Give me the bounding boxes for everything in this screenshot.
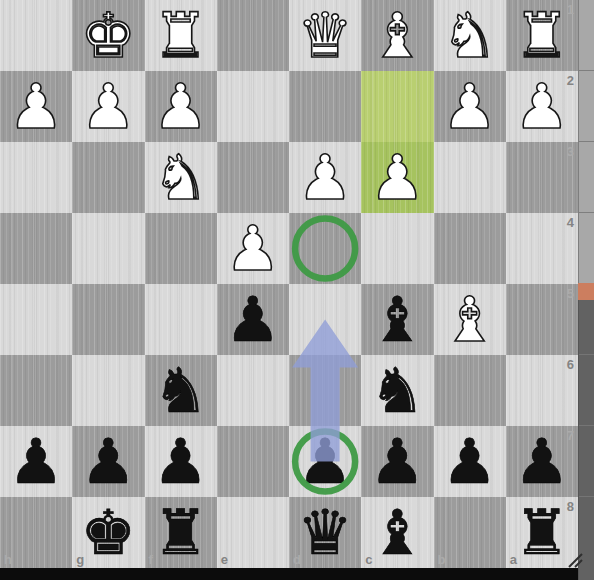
square-d8[interactable]: d♛ (289, 497, 361, 568)
square-e1[interactable] (217, 0, 289, 71)
piece-black-bishop-c8[interactable]: ♝ (370, 502, 426, 564)
square-h1[interactable] (0, 0, 72, 71)
square-f7[interactable]: ♟ (145, 426, 217, 497)
square-c8[interactable]: c♝ (361, 497, 433, 568)
square-a6[interactable]: 6 (506, 355, 578, 426)
rank-label-4: 4 (567, 215, 574, 230)
square-f2[interactable]: ♟ (145, 71, 217, 142)
file-label-h: h (4, 552, 12, 567)
square-f3[interactable]: ♞ (145, 142, 217, 213)
square-e4[interactable]: ♟ (217, 213, 289, 284)
square-a1[interactable]: 1♜ (506, 0, 578, 71)
piece-white-knight-b1[interactable]: ♞ (442, 5, 498, 67)
square-g1[interactable]: ♚ (72, 0, 144, 71)
square-c4[interactable] (361, 213, 433, 284)
piece-black-bishop-c5[interactable]: ♝ (370, 289, 426, 351)
piece-white-pawn-b2[interactable]: ♟ (442, 76, 498, 138)
square-d1[interactable]: ♛ (289, 0, 361, 71)
square-h5[interactable] (0, 284, 72, 355)
piece-white-pawn-e4[interactable]: ♟ (225, 218, 281, 280)
square-h2[interactable]: ♟ (0, 71, 72, 142)
square-c7[interactable]: ♟ (361, 426, 433, 497)
piece-black-pawn-d7[interactable]: ♟ (297, 431, 353, 493)
square-b4[interactable] (434, 213, 506, 284)
scrollbar-track-top[interactable] (578, 0, 594, 283)
square-h8[interactable]: h (0, 497, 72, 568)
square-a2[interactable]: 2♟ (506, 71, 578, 142)
piece-black-rook-f8[interactable]: ♜ (153, 502, 209, 564)
square-h3[interactable] (0, 142, 72, 213)
square-f4[interactable] (145, 213, 217, 284)
square-g7[interactable]: ♟ (72, 426, 144, 497)
square-d5[interactable] (289, 284, 361, 355)
piece-white-pawn-g2[interactable]: ♟ (81, 76, 137, 138)
piece-white-bishop-b5[interactable]: ♝ (442, 289, 498, 351)
rank-label-5: 5 (567, 286, 574, 301)
piece-white-queen-d1[interactable]: ♛ (297, 5, 353, 67)
piece-white-pawn-h2[interactable]: ♟ (8, 76, 64, 138)
piece-black-pawn-g7[interactable]: ♟ (81, 431, 137, 493)
resize-handle-icon[interactable] (566, 551, 586, 570)
bottom-edge (0, 568, 578, 580)
square-b3[interactable] (434, 142, 506, 213)
scrollbar-track-bottom[interactable] (578, 300, 594, 580)
square-c6[interactable]: ♞ (361, 355, 433, 426)
scrollbar[interactable] (578, 0, 594, 580)
piece-black-pawn-h7[interactable]: ♟ (8, 431, 64, 493)
square-g3[interactable] (72, 142, 144, 213)
board-container: ♚♜♛♝♞1♜♟♟♟♟2♟♞♟♟3♟4♟♝♝5♞♞6♟♟♟♟♟♟7♟hg♚f♜e… (0, 0, 594, 580)
square-c5[interactable]: ♝ (361, 284, 433, 355)
square-h4[interactable] (0, 213, 72, 284)
piece-black-pawn-f7[interactable]: ♟ (153, 431, 209, 493)
piece-white-knight-f3[interactable]: ♞ (153, 147, 209, 209)
square-b1[interactable]: ♞ (434, 0, 506, 71)
square-g4[interactable] (72, 213, 144, 284)
piece-white-pawn-d3[interactable]: ♟ (297, 147, 353, 209)
square-b8[interactable]: b (434, 497, 506, 568)
file-label-e: e (221, 552, 228, 567)
square-a4[interactable]: 4 (506, 213, 578, 284)
square-e8[interactable]: e (217, 497, 289, 568)
square-b7[interactable]: ♟ (434, 426, 506, 497)
square-b2[interactable]: ♟ (434, 71, 506, 142)
piece-white-pawn-a2[interactable]: ♟ (514, 76, 570, 138)
square-h7[interactable]: ♟ (0, 426, 72, 497)
piece-white-bishop-c1[interactable]: ♝ (370, 5, 426, 67)
square-h6[interactable] (0, 355, 72, 426)
square-g8[interactable]: g♚ (72, 497, 144, 568)
square-d6[interactable] (289, 355, 361, 426)
scrollbar-thumb[interactable] (578, 283, 594, 300)
piece-black-knight-c6[interactable]: ♞ (370, 360, 426, 422)
square-g2[interactable]: ♟ (72, 71, 144, 142)
square-e6[interactable] (217, 355, 289, 426)
piece-black-rook-a8[interactable]: ♜ (514, 502, 570, 564)
piece-white-pawn-c3[interactable]: ♟ (370, 147, 426, 209)
square-d2[interactable] (289, 71, 361, 142)
piece-black-knight-f6[interactable]: ♞ (153, 360, 209, 422)
square-e2[interactable] (217, 71, 289, 142)
square-e7[interactable] (217, 426, 289, 497)
piece-black-pawn-a7[interactable]: ♟ (514, 431, 570, 493)
piece-black-queen-d8[interactable]: ♛ (297, 502, 353, 564)
square-f8[interactable]: f♜ (145, 497, 217, 568)
square-g5[interactable] (72, 284, 144, 355)
square-g6[interactable] (72, 355, 144, 426)
square-a5[interactable]: 5 (506, 284, 578, 355)
square-b6[interactable] (434, 355, 506, 426)
piece-white-rook-a1[interactable]: ♜ (514, 5, 570, 67)
square-c2[interactable] (361, 71, 433, 142)
square-a7[interactable]: 7♟ (506, 426, 578, 497)
square-d7[interactable]: ♟ (289, 426, 361, 497)
square-d4[interactable] (289, 213, 361, 284)
square-e5[interactable]: ♟ (217, 284, 289, 355)
square-d3[interactable]: ♟ (289, 142, 361, 213)
piece-black-pawn-b7[interactable]: ♟ (442, 431, 498, 493)
square-c3[interactable]: ♟ (361, 142, 433, 213)
piece-white-pawn-f2[interactable]: ♟ (153, 76, 209, 138)
square-f1[interactable]: ♜ (145, 0, 217, 71)
square-a3[interactable]: 3 (506, 142, 578, 213)
rank-label-3: 3 (567, 144, 574, 159)
chess-board[interactable]: ♚♜♛♝♞1♜♟♟♟♟2♟♞♟♟3♟4♟♝♝5♞♞6♟♟♟♟♟♟7♟hg♚f♜e… (0, 0, 578, 568)
piece-black-pawn-e5[interactable]: ♟ (225, 289, 281, 351)
rank-label-6: 6 (567, 357, 574, 372)
piece-white-rook-f1[interactable]: ♜ (153, 5, 209, 67)
piece-black-pawn-c7[interactable]: ♟ (370, 431, 426, 493)
square-e3[interactable] (217, 142, 289, 213)
square-f5[interactable] (145, 284, 217, 355)
file-label-b: b (438, 552, 446, 567)
square-f6[interactable]: ♞ (145, 355, 217, 426)
square-c1[interactable]: ♝ (361, 0, 433, 71)
piece-white-king-g1[interactable]: ♚ (81, 5, 137, 67)
square-b5[interactable]: ♝ (434, 284, 506, 355)
piece-black-king-g8[interactable]: ♚ (81, 502, 137, 564)
